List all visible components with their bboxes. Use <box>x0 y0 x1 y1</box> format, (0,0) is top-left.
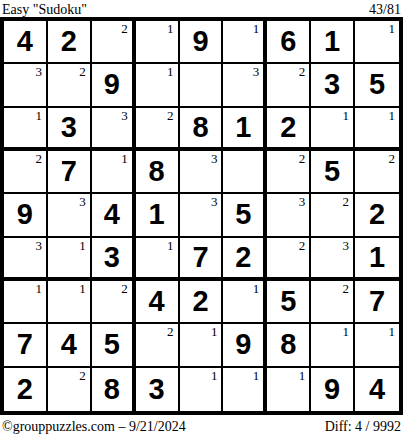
cell-r7c1[interactable]: 1 <box>4 281 48 324</box>
cell-r1c7[interactable]: 6 <box>267 21 311 64</box>
pencil-mark: 3 <box>35 238 42 253</box>
pencil-mark: 3 <box>343 238 350 253</box>
given-digit: 7 <box>4 324 46 365</box>
pencil-mark: 2 <box>79 64 86 79</box>
cell-r9c7[interactable]: 1 <box>267 368 311 411</box>
given-digit: 9 <box>180 21 222 62</box>
page-footer: ©grouppuzzles.com – 9/21/2024 Diff: 4 / … <box>0 415 403 437</box>
cell-r7c2[interactable]: 1 <box>48 281 92 324</box>
pencil-mark: 1 <box>35 281 42 296</box>
given-digit: 2 <box>267 108 309 147</box>
cell-r9c9[interactable]: 4 <box>355 368 399 411</box>
given-digit: 4 <box>92 194 132 235</box>
cell-r3c8[interactable]: 1 <box>311 108 355 151</box>
given-digit: 9 <box>223 324 263 365</box>
given-digit: 4 <box>4 21 46 62</box>
pencil-mark: 1 <box>211 368 218 383</box>
cell-r7c6[interactable]: 1 <box>223 281 267 324</box>
cell-r2c9[interactable]: 5 <box>355 64 399 107</box>
pencil-mark: 1 <box>121 151 128 166</box>
cell-r5c8[interactable]: 2 <box>311 194 355 237</box>
given-digit: 4 <box>136 281 178 322</box>
given-digit: 1 <box>136 194 178 235</box>
cell-r7c8[interactable]: 2 <box>311 281 355 324</box>
cell-r3c3[interactable]: 3 <box>92 108 136 151</box>
pencil-mark: 2 <box>121 21 128 36</box>
cell-r9c8[interactable]: 9 <box>311 368 355 411</box>
given-digit: 2 <box>180 281 222 322</box>
given-digit: 1 <box>311 21 353 62</box>
pencil-mark: 1 <box>167 64 174 79</box>
cell-r1c1[interactable]: 4 <box>4 21 48 64</box>
pencil-mark: 2 <box>35 151 42 166</box>
cell-r1c4[interactable]: 1 <box>136 21 180 64</box>
given-digit: 6 <box>267 21 309 62</box>
given-digit: 5 <box>92 324 132 365</box>
pencil-mark: 2 <box>299 64 306 79</box>
cell-r2c8[interactable]: 3 <box>311 64 355 107</box>
cell-r9c6[interactable]: 1 <box>223 368 267 411</box>
sudoku-board: 4221916113291323513328121127183252934135… <box>0 17 403 415</box>
cell-r1c3[interactable]: 2 <box>92 21 136 64</box>
given-digit: 9 <box>311 368 353 411</box>
given-digit: 7 <box>180 238 222 277</box>
given-digit: 4 <box>355 368 399 411</box>
given-digit: 8 <box>136 151 178 192</box>
cell-r5c4[interactable]: 1 <box>136 194 180 237</box>
pencil-mark: 1 <box>389 108 396 123</box>
cell-r6c7[interactable]: 2 <box>267 238 311 281</box>
pencil-mark: 3 <box>211 151 218 166</box>
given-digit: 3 <box>311 64 353 105</box>
given-digit: 7 <box>355 281 399 322</box>
cell-r8c9[interactable]: 1 <box>355 324 399 367</box>
puzzle-title: Easy "Sudoku" <box>2 2 87 17</box>
cell-r4c9[interactable]: 2 <box>355 151 399 194</box>
cell-r6c6[interactable]: 2 <box>223 238 267 281</box>
cell-r3c1[interactable]: 1 <box>4 108 48 151</box>
cell-r4c5[interactable]: 3 <box>180 151 224 194</box>
cell-r4c8[interactable]: 5 <box>311 151 355 194</box>
pencil-mark: 1 <box>343 108 350 123</box>
cell-r3c7[interactable]: 2 <box>267 108 311 151</box>
cell-r7c7[interactable]: 5 <box>267 281 311 324</box>
cell-r6c3[interactable]: 3 <box>92 238 136 281</box>
cell-r5c5[interactable]: 3 <box>180 194 224 237</box>
cell-r6c2[interactable]: 1 <box>48 238 92 281</box>
pencil-mark: 1 <box>79 281 86 296</box>
cell-r2c7[interactable]: 2 <box>267 64 311 107</box>
pencil-mark: 1 <box>167 238 174 253</box>
cell-r2c5[interactable] <box>180 64 224 107</box>
pencil-mark: 1 <box>389 324 396 339</box>
pencil-mark: 3 <box>79 194 86 209</box>
pencil-mark: 1 <box>253 21 260 36</box>
pencil-mark: 1 <box>343 324 350 339</box>
cell-r8c5[interactable]: 1 <box>180 324 224 367</box>
puzzle-counter: 43/81 <box>369 2 401 17</box>
pencil-mark: 2 <box>167 108 174 123</box>
given-digit: 8 <box>92 368 132 411</box>
given-digit: 2 <box>223 238 263 277</box>
cell-r8c4[interactable]: 2 <box>136 324 180 367</box>
given-digit: 9 <box>4 194 46 235</box>
cell-r2c2[interactable]: 2 <box>48 64 92 107</box>
cell-r5c3[interactable]: 4 <box>92 194 136 237</box>
difficulty-text: Diff: 4 / 9992 <box>325 419 401 435</box>
cell-r9c1[interactable]: 2 <box>4 368 48 411</box>
cell-r7c5[interactable]: 2 <box>180 281 224 324</box>
pencil-mark: 1 <box>167 21 174 36</box>
cell-r5c9[interactable]: 2 <box>355 194 399 237</box>
cell-r3c4[interactable]: 2 <box>136 108 180 151</box>
cell-r8c1[interactable]: 7 <box>4 324 48 367</box>
pencil-mark: 3 <box>35 64 42 79</box>
cell-r3c6[interactable]: 1 <box>223 108 267 151</box>
cell-r8c7[interactable]: 8 <box>267 324 311 367</box>
given-digit: 5 <box>267 281 309 322</box>
pencil-mark: 1 <box>211 324 218 339</box>
given-digit: 8 <box>267 324 309 365</box>
pencil-mark: 1 <box>253 368 260 383</box>
pencil-mark: 1 <box>389 21 396 36</box>
pencil-mark: 2 <box>121 281 128 296</box>
given-digit: 5 <box>355 64 399 105</box>
cell-r8c6[interactable]: 9 <box>223 324 267 367</box>
given-digit: 2 <box>48 21 90 62</box>
given-digit: 1 <box>223 108 263 147</box>
cell-r9c4[interactable]: 3 <box>136 368 180 411</box>
cell-r6c1[interactable]: 3 <box>4 238 48 281</box>
cell-r5c1[interactable]: 9 <box>4 194 48 237</box>
cell-r5c6[interactable]: 5 <box>223 194 267 237</box>
pencil-mark: 3 <box>253 64 260 79</box>
pencil-mark: 1 <box>35 108 42 123</box>
cell-r9c5[interactable]: 1 <box>180 368 224 411</box>
copyright-text: ©grouppuzzles.com – 9/21/2024 <box>2 419 186 435</box>
pencil-mark: 1 <box>253 281 260 296</box>
pencil-mark: 3 <box>211 194 218 209</box>
cell-r5c2[interactable]: 3 <box>48 194 92 237</box>
cell-r9c3[interactable]: 8 <box>92 368 136 411</box>
given-digit: 4 <box>48 324 90 365</box>
given-digit: 5 <box>311 151 353 192</box>
given-digit: 8 <box>180 108 222 147</box>
cell-r7c9[interactable]: 7 <box>355 281 399 324</box>
cell-r8c2[interactable]: 4 <box>48 324 92 367</box>
cell-r1c8[interactable]: 1 <box>311 21 355 64</box>
pencil-mark: 3 <box>121 108 128 123</box>
cell-r4c7[interactable]: 2 <box>267 151 311 194</box>
pencil-mark: 2 <box>299 151 306 166</box>
given-digit: 5 <box>223 194 263 235</box>
given-digit: 3 <box>48 108 90 147</box>
cell-r7c3[interactable]: 2 <box>92 281 136 324</box>
cell-r4c3[interactable]: 1 <box>92 151 136 194</box>
cell-r6c8[interactable]: 3 <box>311 238 355 281</box>
cell-r4c2[interactable]: 7 <box>48 151 92 194</box>
cell-r8c3[interactable]: 5 <box>92 324 136 367</box>
cell-r6c5[interactable]: 7 <box>180 238 224 281</box>
cell-r4c1[interactable]: 2 <box>4 151 48 194</box>
cell-r1c5[interactable]: 9 <box>180 21 224 64</box>
cell-r3c9[interactable]: 1 <box>355 108 399 151</box>
cell-r9c2[interactable]: 2 <box>48 368 92 411</box>
pencil-mark: 1 <box>79 238 86 253</box>
given-digit: 2 <box>355 194 399 235</box>
cell-r5c7[interactable]: 3 <box>267 194 311 237</box>
cell-r3c5[interactable]: 8 <box>180 108 224 151</box>
cell-r2c3[interactable]: 9 <box>92 64 136 107</box>
cell-r6c4[interactable]: 1 <box>136 238 180 281</box>
cell-r6c9[interactable]: 1 <box>355 238 399 281</box>
pencil-mark: 2 <box>389 151 396 166</box>
cell-r7c4[interactable]: 4 <box>136 281 180 324</box>
pencil-mark: 2 <box>167 324 174 339</box>
cell-r1c6[interactable]: 1 <box>223 21 267 64</box>
pencil-mark: 1 <box>299 368 306 383</box>
cell-r3c2[interactable]: 3 <box>48 108 92 151</box>
given-digit: 1 <box>355 238 399 277</box>
cell-r4c4[interactable]: 8 <box>136 151 180 194</box>
given-digit: 2 <box>4 368 46 411</box>
page-header: Easy "Sudoku" 43/81 <box>0 0 403 17</box>
cell-r2c1[interactable]: 3 <box>4 64 48 107</box>
given-digit: 9 <box>92 64 132 105</box>
pencil-mark: 2 <box>343 194 350 209</box>
pencil-mark: 2 <box>299 238 306 253</box>
given-digit: 3 <box>136 368 178 411</box>
cell-r2c4[interactable]: 1 <box>136 64 180 107</box>
pencil-mark: 2 <box>343 281 350 296</box>
cell-r8c8[interactable]: 1 <box>311 324 355 367</box>
cell-r2c6[interactable]: 3 <box>223 64 267 107</box>
cell-r1c9[interactable]: 1 <box>355 21 399 64</box>
pencil-mark: 3 <box>299 194 306 209</box>
given-digit: 7 <box>48 151 90 192</box>
cell-r1c2[interactable]: 2 <box>48 21 92 64</box>
given-digit: 3 <box>92 238 132 277</box>
pencil-mark: 2 <box>79 368 86 383</box>
cell-r4c6[interactable] <box>223 151 267 194</box>
